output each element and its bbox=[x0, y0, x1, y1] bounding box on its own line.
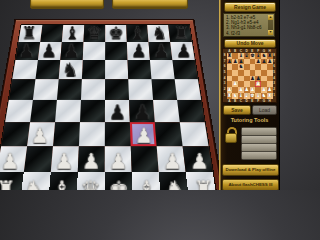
square-a1[interactable]: ♜ bbox=[0, 172, 24, 190]
mini-piece-black-queen: ♛ bbox=[244, 52, 249, 58]
square-h4[interactable] bbox=[177, 100, 205, 122]
piece-black-king: ♚ bbox=[105, 23, 127, 43]
square-h1[interactable]: ♜ bbox=[186, 172, 217, 190]
piece-white-pawn: ♟ bbox=[159, 150, 186, 175]
piece-black-knight: ♞ bbox=[59, 60, 82, 81]
piece-black-bishop: ♝ bbox=[127, 23, 149, 43]
mini-piece-black-pawn: ♟ bbox=[256, 58, 261, 64]
square-g6[interactable] bbox=[150, 60, 175, 79]
square-g7[interactable]: ♟ bbox=[149, 42, 173, 60]
square-e3[interactable] bbox=[105, 122, 131, 146]
square-h5[interactable] bbox=[175, 79, 201, 100]
mini-piece-black-pawn: ♟ bbox=[233, 58, 238, 64]
square-a8[interactable]: ♜ bbox=[19, 25, 43, 42]
resign-game-button[interactable]: Resign Game bbox=[224, 2, 276, 12]
square-e5[interactable] bbox=[105, 79, 129, 100]
board-frame: ♜♝♛♚♝♞♜♟♟♟♟♟♟♞♟♟♟♟♟♟♟♟♟♟♜♞♝♛♚♝♞♜ bbox=[0, 20, 225, 190]
piece-white-queen: ♛ bbox=[76, 177, 104, 190]
square-c8[interactable]: ♝ bbox=[62, 25, 84, 42]
square-a3[interactable] bbox=[1, 122, 30, 146]
piece-white-pawn: ♟ bbox=[186, 150, 213, 175]
piece-white-pawn: ♟ bbox=[27, 124, 53, 148]
mini-piece-white-bishop: ♝ bbox=[256, 92, 261, 98]
piece-black-pawn: ♟ bbox=[128, 41, 150, 62]
mini-piece-white-pawn: ♟ bbox=[256, 80, 261, 86]
square-a5[interactable] bbox=[9, 79, 36, 100]
square-c1[interactable]: ♝ bbox=[48, 172, 77, 190]
square-b6[interactable] bbox=[35, 60, 60, 79]
download-play-offline-button[interactable]: Download & Play offline bbox=[222, 164, 279, 176]
mini-board[interactable]: ABCDEFGH8♜♝♛♚♝♞♜87♟♟♟♟♟♟76♞6554♟♟43♟♟32♟… bbox=[222, 48, 277, 103]
scroll-up-icon[interactable]: ▲ bbox=[268, 15, 273, 20]
square-d5[interactable] bbox=[81, 79, 105, 100]
square-b3[interactable]: ♟ bbox=[27, 122, 55, 146]
square-g5[interactable] bbox=[151, 79, 177, 100]
square-g4[interactable] bbox=[153, 100, 180, 122]
mini-piece-white-rook: ♜ bbox=[227, 92, 232, 98]
piece-black-knight: ♞ bbox=[149, 23, 171, 43]
square-d7[interactable] bbox=[83, 42, 105, 60]
tutoring-tool-button-locked bbox=[241, 151, 277, 160]
mini-piece-white-knight: ♞ bbox=[261, 92, 266, 98]
square-b4[interactable] bbox=[30, 100, 57, 122]
square-a7[interactable]: ♟ bbox=[16, 42, 41, 60]
mini-piece-black-knight: ♞ bbox=[238, 63, 243, 69]
square-a6[interactable] bbox=[12, 60, 38, 79]
piece-white-bishop: ♝ bbox=[48, 177, 76, 190]
move-row[interactable]: 4. f2-f3 bbox=[226, 31, 267, 36]
square-h8[interactable]: ♜ bbox=[168, 25, 192, 42]
piece-black-pawn: ♟ bbox=[150, 41, 172, 62]
square-f4[interactable]: ♟ bbox=[129, 100, 155, 122]
square-c6[interactable]: ♞ bbox=[59, 60, 83, 79]
mini-piece-black-pawn: ♟ bbox=[261, 58, 266, 64]
piece-black-pawn: ♟ bbox=[60, 41, 82, 62]
move-row[interactable]: 3. Nh3-g1 Nb8-c6 bbox=[226, 25, 267, 30]
square-a4[interactable] bbox=[5, 100, 33, 122]
square-e7[interactable] bbox=[105, 42, 127, 60]
square-f5[interactable] bbox=[128, 79, 153, 100]
square-e2[interactable]: ♟ bbox=[105, 146, 132, 172]
square-e8[interactable]: ♚ bbox=[105, 25, 127, 42]
piece-white-knight: ♞ bbox=[20, 177, 48, 190]
square-c5[interactable] bbox=[57, 79, 82, 100]
padlock-icon bbox=[225, 133, 237, 143]
square-f3[interactable]: ♟ bbox=[130, 122, 157, 146]
mini-piece-white-pawn: ♟ bbox=[233, 80, 238, 86]
square-f1[interactable]: ♝ bbox=[132, 172, 161, 190]
piece-black-pawn: ♟ bbox=[173, 41, 195, 62]
mini-piece-white-rook: ♜ bbox=[267, 92, 272, 98]
mini-piece-black-pawn: ♟ bbox=[227, 58, 232, 64]
square-b1[interactable]: ♞ bbox=[20, 172, 51, 190]
square-g2[interactable]: ♟ bbox=[157, 146, 186, 172]
piece-black-rook: ♜ bbox=[170, 23, 192, 43]
move-list-scrollbar[interactable]: ▲ ▼ bbox=[268, 15, 273, 35]
piece-black-bishop: ♝ bbox=[62, 23, 84, 43]
about-button[interactable]: About flashCHESS III bbox=[222, 179, 279, 190]
board-3d[interactable]: ♜♝♛♚♝♞♜♟♟♟♟♟♟♞♟♟♟♟♟♟♟♟♟♟♜♞♝♛♚♝♞♜ bbox=[0, 24, 219, 190]
square-c3[interactable] bbox=[53, 122, 80, 146]
square-f6[interactable] bbox=[128, 60, 152, 79]
square-c2[interactable]: ♟ bbox=[51, 146, 79, 172]
square-d1[interactable]: ♛ bbox=[77, 172, 105, 190]
piece-black-rook: ♜ bbox=[18, 23, 40, 43]
save-button[interactable]: Save bbox=[223, 105, 251, 115]
square-d6[interactable] bbox=[82, 60, 105, 79]
mini-piece-black-king: ♚ bbox=[250, 52, 255, 58]
move-list[interactable]: 1. b2-b3 e7-e52. Ng1-h3 e5-e43. Nh3-g1 N… bbox=[223, 13, 275, 37]
square-e6[interactable] bbox=[105, 60, 128, 79]
square-h6[interactable] bbox=[172, 60, 197, 79]
square-c4[interactable] bbox=[55, 100, 81, 122]
piece-white-knight: ♞ bbox=[161, 177, 189, 190]
square-f2[interactable] bbox=[131, 146, 159, 172]
square-c7[interactable]: ♟ bbox=[60, 42, 83, 60]
square-a2[interactable]: ♟ bbox=[0, 146, 27, 172]
square-f8[interactable]: ♝ bbox=[126, 25, 148, 42]
mini-board-label bbox=[273, 99, 277, 103]
load-button[interactable]: Load bbox=[252, 105, 277, 115]
mini-piece-white-bishop: ♝ bbox=[238, 92, 243, 98]
mini-piece-black-pawn: ♟ bbox=[267, 58, 272, 64]
square-h2[interactable]: ♟ bbox=[183, 146, 213, 172]
piece-white-rook: ♜ bbox=[0, 177, 20, 190]
square-g8[interactable]: ♞ bbox=[147, 25, 170, 42]
sidebar: Resign Game 1. b2-b3 e7-e52. Ng1-h3 e5-e… bbox=[219, 0, 280, 190]
square-h7[interactable]: ♟ bbox=[170, 42, 195, 60]
square-g3[interactable] bbox=[155, 122, 183, 146]
square-d4[interactable] bbox=[80, 100, 105, 122]
piece-white-pawn: ♟ bbox=[78, 150, 105, 175]
square-d3[interactable] bbox=[79, 122, 105, 146]
undo-move-button[interactable]: Undo Move bbox=[224, 39, 276, 48]
piece-white-pawn: ♟ bbox=[0, 150, 24, 175]
piece-black-pawn: ♟ bbox=[38, 41, 60, 62]
board-scene: ♜♝♛♚♝♞♜♟♟♟♟♟♟♞♟♟♟♟♟♟♟♟♟♟♜♞♝♛♚♝♞♜ bbox=[1, 0, 213, 190]
tutoring-tools-label: Tutoring Tools bbox=[219, 117, 280, 123]
square-f7[interactable]: ♟ bbox=[127, 42, 150, 60]
piece-white-pawn: ♟ bbox=[51, 150, 78, 175]
square-b8[interactable] bbox=[40, 25, 63, 42]
square-b7[interactable]: ♟ bbox=[38, 42, 62, 60]
square-h3[interactable] bbox=[180, 122, 209, 146]
mini-piece-black-pawn: ♟ bbox=[250, 75, 255, 81]
piece-black-pawn: ♟ bbox=[15, 41, 37, 62]
square-b5[interactable] bbox=[33, 79, 59, 100]
square-e4[interactable]: ♟ bbox=[105, 100, 130, 122]
square-b2[interactable] bbox=[24, 146, 53, 172]
piece-black-queen: ♛ bbox=[83, 23, 105, 43]
scroll-down-icon[interactable]: ▼ bbox=[268, 30, 273, 35]
piece-white-bishop: ♝ bbox=[133, 177, 161, 190]
piece-black-pawn: ♟ bbox=[105, 101, 130, 124]
piece-white-king: ♚ bbox=[105, 177, 133, 190]
mini-piece-white-knight: ♞ bbox=[233, 92, 238, 98]
square-g1[interactable]: ♞ bbox=[159, 172, 189, 190]
mini-piece-white-king: ♚ bbox=[250, 92, 255, 98]
square-d8[interactable]: ♛ bbox=[84, 25, 106, 42]
piece-white-rook: ♜ bbox=[189, 177, 217, 190]
square-e1[interactable]: ♚ bbox=[105, 172, 133, 190]
piece-white-pawn: ♟ bbox=[105, 150, 132, 175]
piece-black-pawn: ♟ bbox=[130, 101, 155, 124]
piece-white-pawn: ♟ bbox=[131, 124, 157, 148]
square-d2[interactable]: ♟ bbox=[78, 146, 105, 172]
mini-piece-white-queen: ♛ bbox=[244, 92, 249, 98]
